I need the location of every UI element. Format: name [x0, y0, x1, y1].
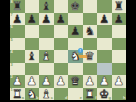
coordinate-label-rank-2: 2 [11, 75, 13, 80]
letterbox-right [126, 0, 136, 102]
square-b1[interactable]: b♞ [25, 88, 40, 101]
piece-white-bishop-c4[interactable]: ♝ [39, 50, 54, 63]
square-d4[interactable] [54, 50, 69, 63]
square-b8[interactable] [25, 0, 40, 13]
piece-white-pawn-f2[interactable]: ♟ [83, 75, 98, 88]
square-e8[interactable]: ♚ [68, 0, 83, 13]
square-c1[interactable]: c♝ [39, 88, 54, 101]
square-h1[interactable]: h [112, 88, 127, 101]
coordinate-label-file-c: c [51, 96, 53, 101]
piece-white-pawn-b2[interactable]: ♟ [25, 75, 40, 88]
square-c7[interactable]: ♟ [39, 13, 54, 26]
square-h7[interactable]: ♟ [112, 13, 127, 26]
coordinate-label-file-d: d [65, 96, 67, 101]
square-e6[interactable]: ♟ [68, 25, 83, 38]
coordinate-label-file-a: a [22, 96, 24, 101]
square-a8[interactable]: 8♜ [10, 0, 25, 13]
piece-black-knight-f6[interactable]: ♞ [83, 25, 98, 38]
letterbox-left [0, 0, 10, 102]
square-e1[interactable]: e [68, 88, 83, 101]
square-d7[interactable]: ♟ [54, 13, 69, 26]
square-h8[interactable]: ♜ [112, 0, 127, 13]
chess-board[interactable]: 8♜♝♚♜7♟♟♟♟♟♟6♟♞54♝♝♞♛32♟♟♟♟♛♟♟♟1a♜b♞c♝de… [10, 0, 126, 100]
coordinate-label-rank-8: 8 [11, 0, 13, 5]
square-a6[interactable]: 6 [10, 25, 25, 38]
coordinate-label-rank-3: 3 [11, 63, 13, 68]
coordinate-label-file-e: e [80, 96, 82, 101]
square-b7[interactable]: ♟ [25, 13, 40, 26]
piece-black-pawn-d7[interactable]: ♟ [54, 13, 69, 26]
piece-white-pawn-d2[interactable]: ♟ [54, 75, 69, 88]
piece-black-pawn-b7[interactable]: ♟ [25, 13, 40, 26]
coordinate-label-rank-5: 5 [11, 38, 13, 43]
piece-white-queen-e2[interactable]: ♛ [68, 75, 83, 88]
square-c2[interactable]: ♟ [39, 75, 54, 88]
square-f2[interactable]: ♟ [83, 75, 98, 88]
square-f8[interactable] [83, 0, 98, 13]
square-d1[interactable]: d [54, 88, 69, 101]
piece-black-pawn-h7[interactable]: ♟ [112, 13, 127, 26]
square-a4[interactable]: 4 [10, 50, 25, 63]
coordinate-label-rank-1: 1 [11, 88, 13, 93]
piece-white-pawn-g2[interactable]: ♟ [97, 75, 112, 88]
piece-black-pawn-c7[interactable]: ♟ [39, 13, 54, 26]
piece-black-pawn-g7[interactable]: ♟ [97, 13, 112, 26]
square-g7[interactable]: ♟ [97, 13, 112, 26]
coordinate-label-file-h: h [123, 96, 125, 101]
piece-black-rook-h8[interactable]: ♜ [112, 0, 127, 13]
piece-black-king-e8[interactable]: ♚ [68, 0, 83, 13]
square-f6[interactable]: ♞ [83, 25, 98, 38]
piece-black-pawn-e6[interactable]: ♟ [68, 25, 83, 38]
square-d2[interactable]: ♟ [54, 75, 69, 88]
coordinate-label-rank-6: 6 [11, 25, 13, 30]
square-c4[interactable]: ♝ [39, 50, 54, 63]
square-h6[interactable] [112, 25, 127, 38]
piece-black-bishop-c8[interactable]: ♝ [39, 0, 54, 13]
great-move-badge-icon: ! [78, 48, 84, 54]
piece-black-bishop-b4[interactable]: ♝ [25, 50, 40, 63]
square-g5[interactable] [97, 38, 112, 51]
square-b2[interactable]: ♟ [25, 75, 40, 88]
square-a1[interactable]: 1a♜ [10, 88, 25, 101]
square-g4[interactable] [97, 50, 112, 63]
square-a2[interactable]: 2♟ [10, 75, 25, 88]
coordinate-label-file-b: b [36, 96, 38, 101]
square-g6[interactable] [97, 25, 112, 38]
square-g2[interactable]: ♟ [97, 75, 112, 88]
coordinate-label-rank-4: 4 [11, 50, 13, 55]
square-f1[interactable]: f♜ [83, 88, 98, 101]
coordinate-label-file-g: g [109, 96, 111, 101]
square-f4[interactable]: ♛ [83, 50, 98, 63]
square-d5[interactable] [54, 38, 69, 51]
square-d8[interactable] [54, 0, 69, 13]
square-b6[interactable] [25, 25, 40, 38]
square-h2[interactable]: ♟ [112, 75, 127, 88]
piece-black-queen-f4[interactable]: ♛ [83, 50, 98, 63]
coordinate-label-rank-7: 7 [11, 13, 13, 18]
square-c6[interactable] [39, 25, 54, 38]
square-e2[interactable]: ♛ [68, 75, 83, 88]
app-frame: 8♜♝♚♜7♟♟♟♟♟♟6♟♞54♝♝♞♛32♟♟♟♟♛♟♟♟1a♜b♞c♝de… [0, 0, 136, 102]
square-h5[interactable] [112, 38, 127, 51]
square-c8[interactable]: ♝ [39, 0, 54, 13]
square-b4[interactable]: ♝ [25, 50, 40, 63]
square-h4[interactable] [112, 50, 127, 63]
square-g1[interactable]: g♚ [97, 88, 112, 101]
coordinate-label-file-f: f [95, 96, 96, 101]
square-d6[interactable] [54, 25, 69, 38]
square-g8[interactable] [97, 0, 112, 13]
piece-white-pawn-c2[interactable]: ♟ [39, 75, 54, 88]
piece-white-pawn-h2[interactable]: ♟ [112, 75, 127, 88]
